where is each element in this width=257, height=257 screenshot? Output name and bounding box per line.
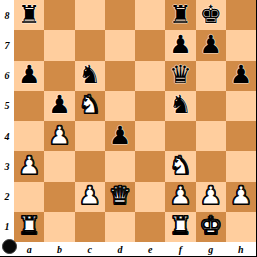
file-label-d: d (105, 242, 135, 256)
square-h6[interactable]: ♟ (226, 61, 256, 91)
square-h4[interactable] (226, 121, 256, 151)
square-b3[interactable] (44, 151, 74, 181)
square-e2[interactable] (135, 182, 165, 212)
file-label-c: c (75, 242, 105, 256)
square-g2[interactable]: ♟ (196, 182, 226, 212)
square-f3[interactable]: ♞ (165, 151, 195, 181)
black-pawn-h6[interactable]: ♟ (230, 62, 252, 87)
rank-label-2: 2 (0, 182, 14, 212)
square-e4[interactable] (135, 121, 165, 151)
file-label-f: f (165, 242, 195, 256)
square-c7[interactable] (75, 30, 105, 60)
white-pawn-c2[interactable]: ♟ (78, 183, 100, 208)
square-h5[interactable] (226, 91, 256, 121)
square-d4[interactable]: ♟ (105, 121, 135, 151)
white-pawn-b4[interactable]: ♟ (48, 123, 70, 148)
square-b4[interactable]: ♟ (44, 121, 74, 151)
white-rook-a1[interactable]: ♜ (18, 213, 40, 238)
rank-label-6: 6 (0, 61, 14, 91)
square-a6[interactable]: ♟ (14, 61, 44, 91)
square-g3[interactable] (196, 151, 226, 181)
square-h8[interactable] (226, 0, 256, 30)
black-pawn-b5[interactable]: ♟ (48, 92, 70, 117)
black-pawn-g7[interactable]: ♟ (199, 32, 221, 57)
file-labels: abcdefgh (14, 242, 256, 256)
square-d8[interactable] (105, 0, 135, 30)
square-a2[interactable] (14, 182, 44, 212)
rank-label-1: 1 (0, 212, 14, 242)
white-knight-c5[interactable]: ♞ (78, 92, 100, 117)
black-king-g8[interactable]: ♚ (199, 2, 221, 27)
square-c8[interactable] (75, 0, 105, 30)
square-a1[interactable]: ♜ (14, 212, 44, 242)
square-e5[interactable] (135, 91, 165, 121)
square-b2[interactable] (44, 182, 74, 212)
square-b8[interactable] (44, 0, 74, 30)
square-c4[interactable] (75, 121, 105, 151)
square-a4[interactable] (14, 121, 44, 151)
square-f4[interactable] (165, 121, 195, 151)
square-a5[interactable] (14, 91, 44, 121)
square-g4[interactable] (196, 121, 226, 151)
square-g1[interactable]: ♚ (196, 212, 226, 242)
rank-labels: 87654321 (0, 0, 14, 242)
square-h3[interactable] (226, 151, 256, 181)
square-h7[interactable] (226, 30, 256, 60)
white-pawn-g2[interactable]: ♟ (199, 183, 221, 208)
file-label-g: g (196, 242, 226, 256)
square-g7[interactable]: ♟ (196, 30, 226, 60)
white-rook-f1[interactable]: ♜ (169, 213, 191, 238)
square-f7[interactable]: ♟ (165, 30, 195, 60)
square-c2[interactable]: ♟ (75, 182, 105, 212)
black-pawn-a6[interactable]: ♟ (18, 62, 40, 87)
white-knight-f3[interactable]: ♞ (169, 153, 191, 178)
rank-label-5: 5 (0, 91, 14, 121)
square-f6[interactable]: ♛ (165, 61, 195, 91)
black-knight-f5[interactable]: ♞ (169, 92, 191, 117)
square-d7[interactable] (105, 30, 135, 60)
rank-label-7: 7 (0, 30, 14, 60)
square-f5[interactable]: ♞ (165, 91, 195, 121)
black-pawn-d4[interactable]: ♟ (109, 123, 131, 148)
white-queen-d2[interactable]: ♛ (109, 183, 131, 208)
square-e1[interactable] (135, 212, 165, 242)
square-e7[interactable] (135, 30, 165, 60)
square-a8[interactable]: ♜ (14, 0, 44, 30)
rank-label-3: 3 (0, 151, 14, 181)
square-d2[interactable]: ♛ (105, 182, 135, 212)
rank-label-8: 8 (0, 0, 14, 30)
square-f1[interactable]: ♜ (165, 212, 195, 242)
square-g8[interactable]: ♚ (196, 0, 226, 30)
square-h1[interactable] (226, 212, 256, 242)
square-b6[interactable] (44, 61, 74, 91)
file-label-e: e (135, 242, 165, 256)
square-f8[interactable]: ♜ (165, 0, 195, 30)
square-a7[interactable] (14, 30, 44, 60)
square-c1[interactable] (75, 212, 105, 242)
board: ♜♜♚♟♟♟♞♛♟♟♞♞♟♟♟♞♟♛♟♟♟♜♜♚ (14, 0, 256, 242)
black-knight-c6[interactable]: ♞ (78, 62, 100, 87)
square-g5[interactable] (196, 91, 226, 121)
white-pawn-f2[interactable]: ♟ (169, 183, 191, 208)
square-e6[interactable] (135, 61, 165, 91)
square-e3[interactable] (135, 151, 165, 181)
square-f2[interactable]: ♟ (165, 182, 195, 212)
square-b7[interactable] (44, 30, 74, 60)
square-e8[interactable] (135, 0, 165, 30)
black-rook-a8[interactable]: ♜ (18, 2, 40, 27)
square-d6[interactable] (105, 61, 135, 91)
black-rook-f8[interactable]: ♜ (169, 2, 191, 27)
square-d1[interactable] (105, 212, 135, 242)
white-king-g1[interactable]: ♚ (199, 213, 221, 238)
square-a3[interactable]: ♟ (14, 151, 44, 181)
square-c6[interactable]: ♞ (75, 61, 105, 91)
square-h2[interactable]: ♟ (226, 182, 256, 212)
square-b5[interactable]: ♟ (44, 91, 74, 121)
square-b1[interactable] (44, 212, 74, 242)
file-label-a: a (14, 242, 44, 256)
white-pawn-h2[interactable]: ♟ (230, 183, 252, 208)
square-d5[interactable] (105, 91, 135, 121)
square-g6[interactable] (196, 61, 226, 91)
rank-label-4: 4 (0, 121, 14, 151)
side-to-move-indicator (2, 239, 17, 254)
black-queen-f6[interactable]: ♛ (169, 62, 191, 87)
file-label-b: b (44, 242, 74, 256)
file-label-h: h (226, 242, 256, 256)
square-c3[interactable] (75, 151, 105, 181)
square-c5[interactable]: ♞ (75, 91, 105, 121)
chess-board-diagram: ♜♜♚♟♟♟♞♛♟♟♞♞♟♟♟♞♟♛♟♟♟♜♜♚ 87654321 abcdef… (0, 0, 257, 257)
white-pawn-a3[interactable]: ♟ (18, 153, 40, 178)
square-d3[interactable] (105, 151, 135, 181)
black-pawn-f7[interactable]: ♟ (169, 32, 191, 57)
